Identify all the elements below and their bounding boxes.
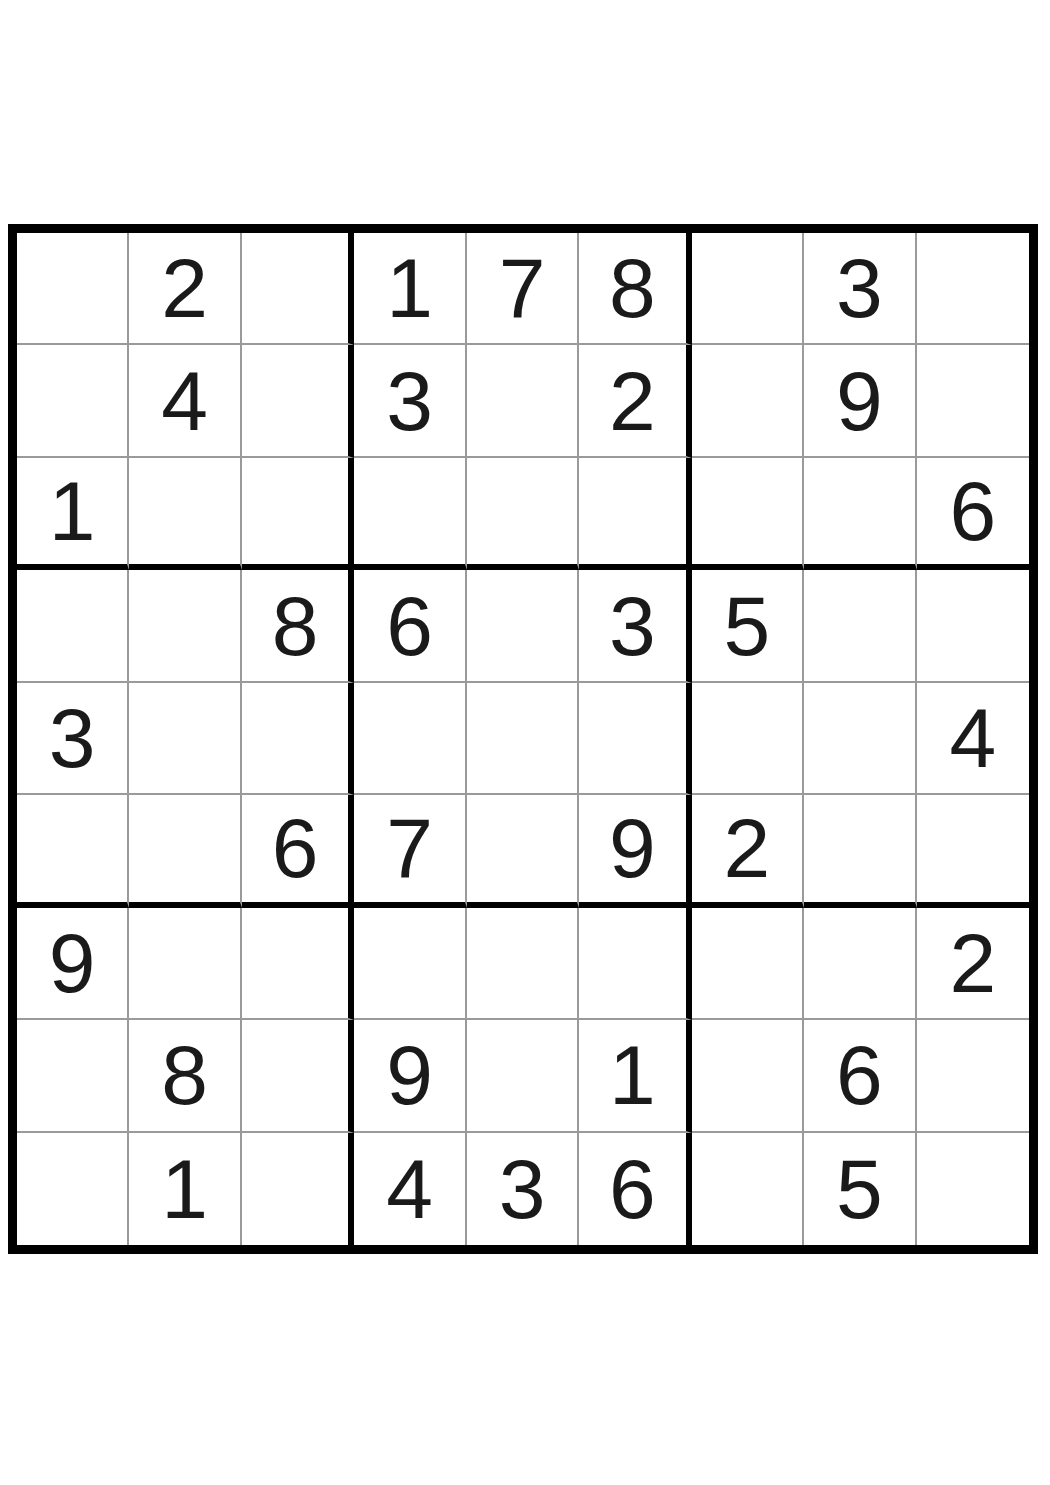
cell-r7c1[interactable]: 9 xyxy=(17,908,129,1020)
cell-r3c7[interactable] xyxy=(692,458,804,570)
cell-r9c2[interactable]: 1 xyxy=(129,1133,241,1245)
cell-r7c2[interactable] xyxy=(129,908,241,1020)
cell-r3c3[interactable] xyxy=(242,458,354,570)
cell-r8c2[interactable]: 8 xyxy=(129,1020,241,1132)
cell-r3c9[interactable]: 6 xyxy=(917,458,1029,570)
cell-r2c3[interactable] xyxy=(242,345,354,457)
cell-r3c5[interactable] xyxy=(467,458,579,570)
cell-r7c7[interactable] xyxy=(692,908,804,1020)
cell-r5c1[interactable]: 3 xyxy=(17,683,129,795)
cell-r4c2[interactable] xyxy=(129,570,241,682)
cell-r9c7[interactable] xyxy=(692,1133,804,1245)
cell-r3c8[interactable] xyxy=(804,458,916,570)
cell-r2c9[interactable] xyxy=(917,345,1029,457)
cell-r2c5[interactable] xyxy=(467,345,579,457)
cell-r6c4[interactable]: 7 xyxy=(354,795,466,907)
cell-r4c7[interactable]: 5 xyxy=(692,570,804,682)
cell-r4c5[interactable] xyxy=(467,570,579,682)
cell-r1c6[interactable]: 8 xyxy=(579,233,691,345)
cell-r5c3[interactable] xyxy=(242,683,354,795)
cell-r1c1[interactable] xyxy=(17,233,129,345)
cell-r2c8[interactable]: 9 xyxy=(804,345,916,457)
cell-r3c2[interactable] xyxy=(129,458,241,570)
cell-r4c1[interactable] xyxy=(17,570,129,682)
sudoku-board: 21783432916863534679292891614365 xyxy=(8,224,1038,1254)
cell-r9c1[interactable] xyxy=(17,1133,129,1245)
cell-r6c7[interactable]: 2 xyxy=(692,795,804,907)
cell-r8c9[interactable] xyxy=(917,1020,1029,1132)
cell-r6c9[interactable] xyxy=(917,795,1029,907)
cell-r2c4[interactable]: 3 xyxy=(354,345,466,457)
cell-r9c3[interactable] xyxy=(242,1133,354,1245)
cell-r9c8[interactable]: 5 xyxy=(804,1133,916,1245)
cell-r4c4[interactable]: 6 xyxy=(354,570,466,682)
cell-r2c6[interactable]: 2 xyxy=(579,345,691,457)
cell-r2c7[interactable] xyxy=(692,345,804,457)
cell-r6c1[interactable] xyxy=(17,795,129,907)
cell-r1c9[interactable] xyxy=(917,233,1029,345)
cell-r8c1[interactable] xyxy=(17,1020,129,1132)
cell-r3c6[interactable] xyxy=(579,458,691,570)
cell-r5c8[interactable] xyxy=(804,683,916,795)
cell-r6c3[interactable]: 6 xyxy=(242,795,354,907)
cell-r5c5[interactable] xyxy=(467,683,579,795)
cell-r8c5[interactable] xyxy=(467,1020,579,1132)
cell-r1c8[interactable]: 3 xyxy=(804,233,916,345)
cell-r8c3[interactable] xyxy=(242,1020,354,1132)
cell-r3c1[interactable]: 1 xyxy=(17,458,129,570)
cell-r2c1[interactable] xyxy=(17,345,129,457)
cell-r8c7[interactable] xyxy=(692,1020,804,1132)
cell-r7c6[interactable] xyxy=(579,908,691,1020)
cell-r1c3[interactable] xyxy=(242,233,354,345)
cell-r1c5[interactable]: 7 xyxy=(467,233,579,345)
cell-r4c6[interactable]: 3 xyxy=(579,570,691,682)
cell-r6c5[interactable] xyxy=(467,795,579,907)
cell-r6c8[interactable] xyxy=(804,795,916,907)
cell-r1c7[interactable] xyxy=(692,233,804,345)
cell-r7c4[interactable] xyxy=(354,908,466,1020)
cell-r8c8[interactable]: 6 xyxy=(804,1020,916,1132)
cell-r6c6[interactable]: 9 xyxy=(579,795,691,907)
cell-r5c9[interactable]: 4 xyxy=(917,683,1029,795)
cell-r5c6[interactable] xyxy=(579,683,691,795)
cell-r4c3[interactable]: 8 xyxy=(242,570,354,682)
cell-r7c9[interactable]: 2 xyxy=(917,908,1029,1020)
cell-r2c2[interactable]: 4 xyxy=(129,345,241,457)
cell-r7c5[interactable] xyxy=(467,908,579,1020)
cell-r9c5[interactable]: 3 xyxy=(467,1133,579,1245)
cell-r7c3[interactable] xyxy=(242,908,354,1020)
cell-r7c8[interactable] xyxy=(804,908,916,1020)
cell-r6c2[interactable] xyxy=(129,795,241,907)
cell-r9c9[interactable] xyxy=(917,1133,1029,1245)
cell-r9c4[interactable]: 4 xyxy=(354,1133,466,1245)
page: 21783432916863534679292891614365 xyxy=(0,0,1050,1485)
cell-r8c6[interactable]: 1 xyxy=(579,1020,691,1132)
cell-r5c7[interactable] xyxy=(692,683,804,795)
cell-r1c4[interactable]: 1 xyxy=(354,233,466,345)
cell-r4c8[interactable] xyxy=(804,570,916,682)
cell-r3c4[interactable] xyxy=(354,458,466,570)
cell-r9c6[interactable]: 6 xyxy=(579,1133,691,1245)
cell-r8c4[interactable]: 9 xyxy=(354,1020,466,1132)
cell-r4c9[interactable] xyxy=(917,570,1029,682)
cell-r5c2[interactable] xyxy=(129,683,241,795)
cell-r1c2[interactable]: 2 xyxy=(129,233,241,345)
cell-r5c4[interactable] xyxy=(354,683,466,795)
